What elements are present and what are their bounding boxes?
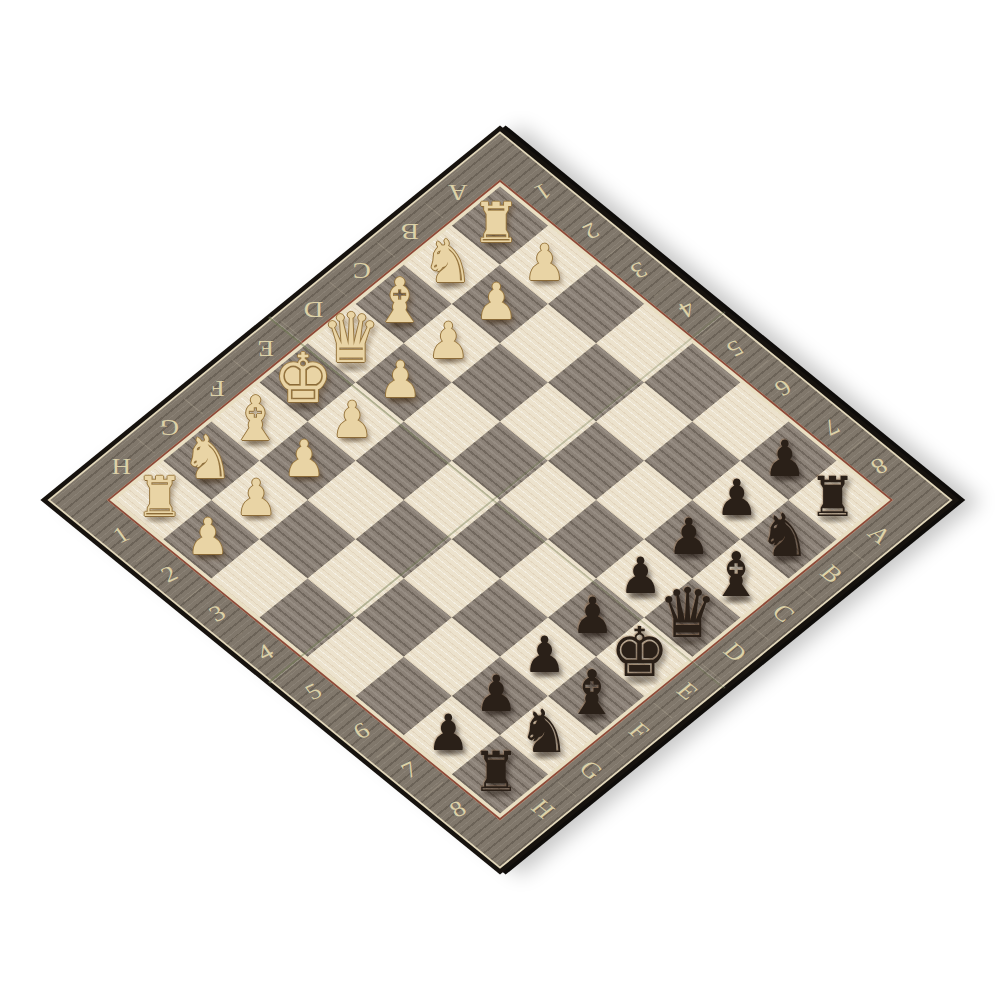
piece-white-pawn[interactable]: ♟ [331,394,374,444]
piece-black-rook[interactable]: ♜ [809,469,857,524]
piece-white-pawn[interactable]: ♟ [283,433,326,483]
board-inner-frame: ♜♞♝♚♛♝♞♜♟♟♟♟♟♟♟♟♟♟♟♟♟♟♟♟♜♞♝♚♛♝♞♜ [107,180,893,821]
piece-black-bishop[interactable]: ♝ [566,662,619,724]
piece-black-knight[interactable]: ♞ [759,506,810,565]
piece-white-knight[interactable]: ♞ [182,428,233,487]
piece-white-pawn[interactable]: ♟ [523,237,566,287]
piece-white-pawn[interactable]: ♟ [187,511,230,561]
board-border: HGFEDCBA HGFEDCBA 12345678 12345678 ♜♞♝♚… [50,133,949,866]
piece-white-pawn[interactable]: ♟ [235,472,278,522]
piece-black-pawn[interactable]: ♟ [716,472,759,522]
piece-white-knight[interactable]: ♞ [422,232,473,291]
piece-white-pawn[interactable]: ♟ [379,355,422,405]
piece-black-rook[interactable]: ♜ [472,744,520,799]
piece-black-pawn[interactable]: ♟ [475,668,518,718]
piece-black-pawn[interactable]: ♟ [427,707,470,757]
product-photo-scene: HGFEDCBA HGFEDCBA 12345678 12345678 ♜♞♝♚… [0,0,1000,1000]
piece-white-pawn[interactable]: ♟ [475,276,518,326]
chess-board: HGFEDCBA HGFEDCBA 12345678 12345678 ♜♞♝♚… [40,125,959,874]
piece-white-rook[interactable]: ♜ [136,469,184,524]
piece-black-pawn[interactable]: ♟ [523,629,566,679]
piece-black-king[interactable]: ♚ [610,619,669,688]
piece-white-bishop[interactable]: ♝ [373,270,426,332]
piece-white-king[interactable]: ♚ [273,344,332,413]
board-edge-line: HGFEDCBA HGFEDCBA 12345678 12345678 ♜♞♝♚… [47,131,952,869]
piece-black-knight[interactable]: ♞ [518,702,569,761]
piece-white-rook[interactable]: ♜ [472,195,520,250]
piece-black-pawn[interactable]: ♟ [764,433,807,483]
board-perspective-wrapper: HGFEDCBA HGFEDCBA 12345678 12345678 ♜♞♝♚… [175,235,825,765]
piece-black-pawn[interactable]: ♟ [571,590,614,640]
piece-black-pawn[interactable]: ♟ [667,511,710,561]
piece-black-pawn[interactable]: ♟ [619,551,662,601]
piece-white-pawn[interactable]: ♟ [427,315,470,365]
piece-white-bishop[interactable]: ♝ [229,387,282,449]
piece-black-bishop[interactable]: ♝ [710,544,763,606]
board-squares: ♜♞♝♚♛♝♞♜♟♟♟♟♟♟♟♟♟♟♟♟♟♟♟♟♜♞♝♚♛♝♞♜ [115,186,884,813]
